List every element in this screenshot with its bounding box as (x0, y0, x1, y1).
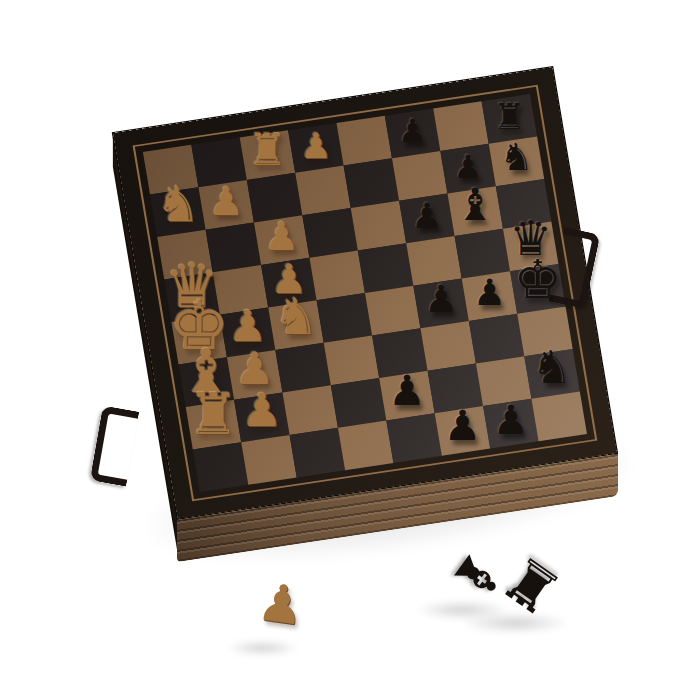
piece-black-bishop-c7[interactable]: ♝ (455, 183, 495, 227)
square-f3[interactable] (275, 343, 330, 393)
piece-white-rook-a3[interactable]: ♜ (248, 128, 288, 172)
square-b5[interactable] (344, 158, 399, 208)
piece-white-pawn-c3[interactable]: ♟ (264, 217, 299, 256)
square-f7[interactable] (469, 314, 524, 364)
square-h8[interactable] (531, 392, 586, 442)
square-f6[interactable] (420, 321, 475, 371)
square-h2[interactable] (241, 435, 296, 485)
piece-black-rook-a8[interactable]: ♜ (493, 98, 525, 134)
captured-white-pawn[interactable]: ♟ (255, 575, 308, 633)
square-g4[interactable] (331, 378, 386, 428)
piece-black-pawn-a6[interactable]: ♟ (398, 116, 427, 148)
captured-piece-shadow (225, 640, 300, 656)
piece-black-knight-g8[interactable]: ♞ (532, 345, 573, 391)
piece-black-knight-b8[interactable]: ♞ (500, 139, 534, 177)
square-c5[interactable] (351, 201, 406, 251)
piece-black-pawn-e6[interactable]: ♟ (424, 281, 458, 319)
piece-black-pawn-c6[interactable]: ♟ (411, 199, 442, 234)
piece-white-knight-e3[interactable]: ♞ (273, 292, 318, 343)
piece-white-pawn-b2[interactable]: ♟ (209, 182, 244, 221)
piece-white-pawn-g2[interactable]: ♟ (241, 388, 282, 434)
square-h1[interactable] (193, 442, 248, 492)
box-handle-left (90, 405, 140, 486)
square-e5[interactable] (365, 286, 420, 336)
square-d5[interactable] (358, 243, 413, 293)
square-g3[interactable] (282, 385, 337, 435)
square-h5[interactable] (386, 413, 441, 463)
square-f4[interactable] (324, 335, 379, 385)
piece-white-pawn-a4[interactable]: ♟ (300, 128, 331, 163)
square-a7[interactable] (433, 101, 488, 151)
piece-white-knight-b1[interactable]: ♞ (156, 180, 200, 229)
square-b6[interactable] (392, 151, 447, 201)
piece-white-rook-g1[interactable]: ♜ (188, 386, 239, 443)
piece-black-pawn-g5[interactable]: ♟ (388, 370, 426, 412)
square-e4[interactable] (317, 293, 372, 343)
piece-black-pawn-e7[interactable]: ♟ (473, 275, 506, 311)
photo-canvas: ♜♟♞♟♟♛♟♚♟♞♝♟♜♟♜♟♞♟♝♟♛♚♟♟♟♞♟♟ ♟♝♜ (0, 0, 700, 700)
piece-black-pawn-h7[interactable]: ♟ (493, 399, 529, 440)
piece-black-king-e8[interactable]: ♚ (514, 253, 562, 307)
square-c4[interactable] (302, 208, 357, 258)
square-h3[interactable] (290, 428, 345, 478)
square-b4[interactable] (295, 166, 350, 216)
piece-black-pawn-h6[interactable]: ♟ (444, 405, 482, 447)
square-a5[interactable] (336, 116, 391, 166)
square-h4[interactable] (338, 420, 393, 470)
